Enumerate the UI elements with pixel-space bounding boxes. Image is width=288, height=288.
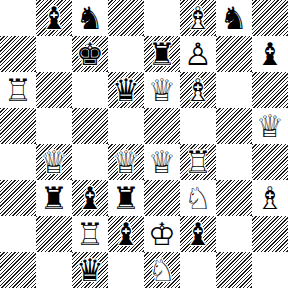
- piece-halo: ♛: [36, 144, 72, 180]
- square-g5[interactable]: [216, 108, 252, 144]
- black-bishop-icon: ♝: [108, 216, 144, 252]
- square-d4[interactable]: ♛♕: [108, 144, 144, 180]
- square-e2[interactable]: ♚♔: [144, 216, 180, 252]
- black-bishop-icon: ♝: [180, 216, 216, 252]
- square-b3[interactable]: ♜♜: [36, 180, 72, 216]
- square-h3[interactable]: ♝♗: [252, 180, 288, 216]
- piece-halo: ♜: [36, 180, 72, 216]
- white-rook-icon: ♖: [72, 216, 108, 252]
- square-d7[interactable]: [108, 36, 144, 72]
- square-f1[interactable]: [180, 252, 216, 288]
- piece-halo: ♝: [180, 216, 216, 252]
- square-e6[interactable]: ♛♕: [144, 72, 180, 108]
- black-king-icon: ♚: [72, 36, 108, 72]
- square-a8[interactable]: [0, 0, 36, 36]
- black-knight-icon: ♞: [72, 0, 108, 36]
- square-b6[interactable]: [36, 72, 72, 108]
- square-d8[interactable]: [108, 0, 144, 36]
- piece-halo: ♛: [144, 144, 180, 180]
- black-rook-icon: ♜: [36, 180, 72, 216]
- square-g1[interactable]: [216, 252, 252, 288]
- square-f6[interactable]: ♝♗: [180, 72, 216, 108]
- white-rook-icon: ♖: [180, 144, 216, 180]
- square-g3[interactable]: [216, 180, 252, 216]
- piece-halo: ♛: [108, 72, 144, 108]
- square-g4[interactable]: [216, 144, 252, 180]
- piece-halo: ♛: [108, 144, 144, 180]
- square-b2[interactable]: [36, 216, 72, 252]
- square-d5[interactable]: [108, 108, 144, 144]
- chess-board: ♝♝♞♞♝♗♞♞♚♚♜♜♟♙♝♝♜♖♛♛♛♕♝♗♛♕♛♕♛♕♛♕♜♖♜♜♝♝♜♜…: [0, 0, 288, 288]
- black-queen-icon: ♛: [108, 72, 144, 108]
- square-f4[interactable]: ♜♖: [180, 144, 216, 180]
- piece-halo: ♛: [144, 72, 180, 108]
- square-c3[interactable]: ♝♝: [72, 180, 108, 216]
- white-queen-icon: ♕: [252, 108, 288, 144]
- square-d3[interactable]: ♜♜: [108, 180, 144, 216]
- piece-halo: ♚: [72, 36, 108, 72]
- square-h4[interactable]: [252, 144, 288, 180]
- white-queen-icon: ♕: [144, 72, 180, 108]
- square-a2[interactable]: [0, 216, 36, 252]
- square-b4[interactable]: ♛♕: [36, 144, 72, 180]
- chess-board-container: ♝♝♞♞♝♗♞♞♚♚♜♜♟♙♝♝♜♖♛♛♛♕♝♗♛♕♛♕♛♕♛♕♜♖♜♜♝♝♜♜…: [0, 0, 288, 288]
- square-e1[interactable]: ♞♘: [144, 252, 180, 288]
- square-h7[interactable]: ♝♝: [252, 36, 288, 72]
- square-h6[interactable]: [252, 72, 288, 108]
- white-rook-icon: ♖: [0, 72, 36, 108]
- white-pawn-icon: ♙: [180, 36, 216, 72]
- square-h8[interactable]: [252, 0, 288, 36]
- white-bishop-icon: ♗: [180, 72, 216, 108]
- square-b8[interactable]: ♝♝: [36, 0, 72, 36]
- square-d6[interactable]: ♛♛: [108, 72, 144, 108]
- square-a3[interactable]: [0, 180, 36, 216]
- square-e3[interactable]: [144, 180, 180, 216]
- black-bishop-icon: ♝: [36, 0, 72, 36]
- square-c8[interactable]: ♞♞: [72, 0, 108, 36]
- square-a6[interactable]: ♜♖: [0, 72, 36, 108]
- square-h5[interactable]: ♛♕: [252, 108, 288, 144]
- square-g7[interactable]: [216, 36, 252, 72]
- piece-halo: ♚: [144, 216, 180, 252]
- white-queen-icon: ♕: [36, 144, 72, 180]
- black-rook-icon: ♜: [108, 180, 144, 216]
- square-g8[interactable]: ♞♞: [216, 0, 252, 36]
- black-bishop-icon: ♝: [252, 36, 288, 72]
- piece-halo: ♜: [0, 72, 36, 108]
- square-c5[interactable]: [72, 108, 108, 144]
- square-f8[interactable]: ♝♗: [180, 0, 216, 36]
- square-a1[interactable]: [0, 252, 36, 288]
- piece-halo: ♝: [72, 180, 108, 216]
- piece-halo: ♛: [72, 252, 108, 288]
- white-bishop-icon: ♗: [252, 180, 288, 216]
- square-e8[interactable]: [144, 0, 180, 36]
- black-rook-icon: ♜: [144, 36, 180, 72]
- square-c1[interactable]: ♛♛: [72, 252, 108, 288]
- piece-halo: ♞: [144, 252, 180, 288]
- square-d1[interactable]: [108, 252, 144, 288]
- white-bishop-icon: ♗: [180, 0, 216, 36]
- square-a5[interactable]: [0, 108, 36, 144]
- white-queen-icon: ♕: [108, 144, 144, 180]
- square-c7[interactable]: ♚♚: [72, 36, 108, 72]
- black-knight-icon: ♞: [216, 0, 252, 36]
- square-h2[interactable]: [252, 216, 288, 252]
- square-f7[interactable]: ♟♙: [180, 36, 216, 72]
- square-h1[interactable]: [252, 252, 288, 288]
- piece-halo: ♞: [180, 180, 216, 216]
- piece-halo: ♝: [108, 216, 144, 252]
- square-b7[interactable]: [36, 36, 72, 72]
- square-f5[interactable]: [180, 108, 216, 144]
- square-d2[interactable]: ♝♝: [108, 216, 144, 252]
- white-knight-icon: ♘: [180, 180, 216, 216]
- piece-halo: ♝: [252, 180, 288, 216]
- square-a4[interactable]: [0, 144, 36, 180]
- piece-halo: ♛: [252, 108, 288, 144]
- square-b1[interactable]: [36, 252, 72, 288]
- square-g2[interactable]: [216, 216, 252, 252]
- black-bishop-icon: ♝: [72, 180, 108, 216]
- piece-halo: ♜: [108, 180, 144, 216]
- piece-halo: ♞: [72, 0, 108, 36]
- square-c4[interactable]: [72, 144, 108, 180]
- white-king-icon: ♔: [144, 216, 180, 252]
- piece-halo: ♝: [180, 0, 216, 36]
- piece-halo: ♝: [36, 0, 72, 36]
- square-f2[interactable]: ♝♝: [180, 216, 216, 252]
- piece-halo: ♜: [180, 144, 216, 180]
- piece-halo: ♞: [216, 0, 252, 36]
- piece-halo: ♜: [144, 36, 180, 72]
- piece-halo: ♝: [252, 36, 288, 72]
- square-c2[interactable]: ♜♖: [72, 216, 108, 252]
- square-c6[interactable]: [72, 72, 108, 108]
- square-a7[interactable]: [0, 36, 36, 72]
- piece-halo: ♝: [180, 72, 216, 108]
- piece-halo: ♜: [72, 216, 108, 252]
- square-b5[interactable]: [36, 108, 72, 144]
- black-queen-icon: ♛: [72, 252, 108, 288]
- white-knight-icon: ♘: [144, 252, 180, 288]
- square-f3[interactable]: ♞♘: [180, 180, 216, 216]
- square-g6[interactable]: [216, 72, 252, 108]
- piece-halo: ♟: [180, 36, 216, 72]
- white-queen-icon: ♕: [144, 144, 180, 180]
- square-e5[interactable]: [144, 108, 180, 144]
- square-e7[interactable]: ♜♜: [144, 36, 180, 72]
- square-e4[interactable]: ♛♕: [144, 144, 180, 180]
